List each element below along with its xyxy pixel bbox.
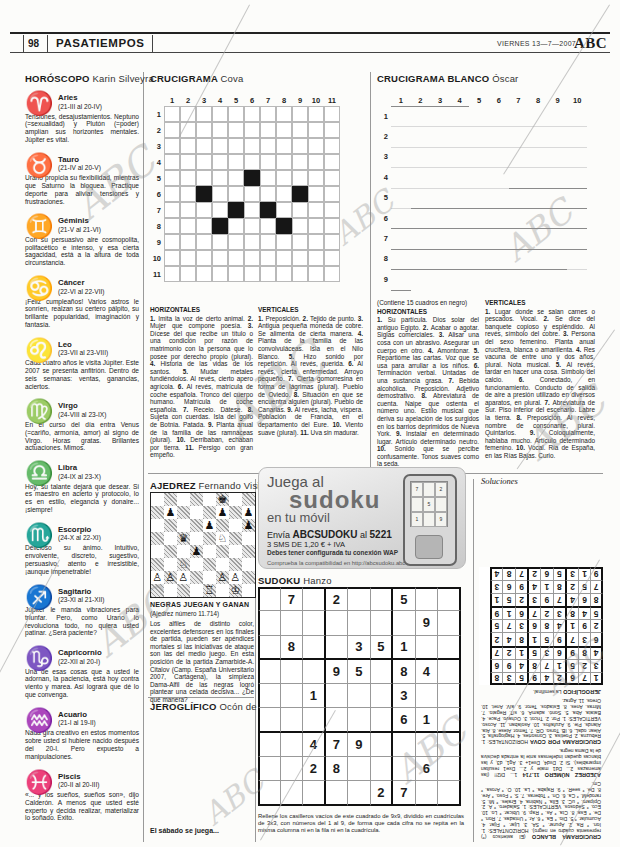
blanco-verticales-title: VERTICALES xyxy=(485,299,595,307)
given-cell: 6 xyxy=(416,757,439,781)
given-cell: 8 xyxy=(515,633,528,646)
cell[interactable] xyxy=(180,202,196,218)
cell[interactable] xyxy=(180,234,196,250)
given-cell: 6 xyxy=(490,659,503,672)
column-divider xyxy=(473,479,474,842)
cell[interactable] xyxy=(260,154,276,170)
cell[interactable] xyxy=(260,186,276,202)
chess-number: (Ajedrez número 11.714) xyxy=(150,610,219,617)
given-cell: 1 xyxy=(502,606,515,619)
cell[interactable] xyxy=(244,122,260,138)
cell[interactable] xyxy=(164,186,180,202)
cell[interactable] xyxy=(292,266,308,282)
col-label: 2 xyxy=(180,94,196,106)
cell[interactable] xyxy=(260,266,276,282)
empty-cell[interactable] xyxy=(348,684,371,708)
cell[interactable] xyxy=(212,266,228,282)
cell[interactable] xyxy=(180,186,196,202)
square xyxy=(229,532,242,545)
soluciones-rotated-content: CRUCIGRAMA BLANCO (El asterisco (*) repr… xyxy=(479,487,603,839)
given-cell: 8 xyxy=(553,580,566,593)
square xyxy=(151,506,164,519)
square xyxy=(242,558,255,571)
horizontales-clues: 1. Imita la voz de cierto animal. 2. Muj… xyxy=(150,315,253,459)
empty-cell[interactable] xyxy=(438,684,461,708)
cell[interactable] xyxy=(212,234,228,250)
cell[interactable] xyxy=(164,154,180,170)
empty-cell[interactable] xyxy=(438,636,461,660)
square xyxy=(151,532,164,545)
sign-text: Delicioso su ánimo. Intuitivo, envolvent… xyxy=(25,544,139,575)
row-line xyxy=(391,126,587,127)
given-cell: 5 xyxy=(502,593,515,606)
sudoku-author: Hanzo xyxy=(303,575,331,586)
cell[interactable] xyxy=(292,250,308,266)
square xyxy=(216,519,229,532)
empty-cell[interactable] xyxy=(416,587,439,611)
cell[interactable] xyxy=(276,106,292,122)
cell[interactable] xyxy=(260,170,276,186)
cell[interactable] xyxy=(164,266,180,282)
empty-cell[interactable] xyxy=(281,684,304,708)
empty-cell[interactable] xyxy=(371,587,394,611)
header-divider xyxy=(23,35,24,52)
col-label: 10 xyxy=(567,94,587,106)
cell[interactable] xyxy=(276,234,292,250)
sign-name: Piscis xyxy=(58,773,139,782)
cell[interactable] xyxy=(324,202,340,218)
cell[interactable] xyxy=(292,154,308,170)
cell[interactable] xyxy=(196,154,212,170)
empty-cell[interactable] xyxy=(371,708,394,732)
cell[interactable] xyxy=(260,250,276,266)
cell[interactable] xyxy=(212,202,228,218)
empty-cell[interactable] xyxy=(326,781,349,805)
given-cell: 9 xyxy=(348,733,371,757)
given-cell: 5 xyxy=(540,633,553,646)
empty-cell[interactable] xyxy=(281,660,304,684)
cell[interactable] xyxy=(228,106,244,122)
square xyxy=(164,493,177,506)
given-cell: 4 xyxy=(540,672,553,685)
given-cell: 3 xyxy=(348,636,371,660)
empty-cell[interactable] xyxy=(303,660,326,684)
given-cell: 2 xyxy=(540,606,553,619)
square xyxy=(203,532,216,545)
cell[interactable] xyxy=(276,154,292,170)
cell[interactable] xyxy=(196,106,212,122)
cell[interactable] xyxy=(228,170,244,186)
empty-cell[interactable] xyxy=(258,708,281,732)
cell[interactable] xyxy=(276,170,292,186)
empty-cell[interactable] xyxy=(348,781,371,805)
verticales-title: VERTICALES xyxy=(258,306,363,314)
sign-range: (21-V al 21-VI) xyxy=(58,226,139,234)
cell[interactable] xyxy=(212,138,228,154)
given-cell: 6 xyxy=(502,580,515,593)
row-label: 4 xyxy=(150,154,164,170)
cell[interactable] xyxy=(212,186,228,202)
cell[interactable] xyxy=(228,186,244,202)
empty-cell[interactable] xyxy=(326,636,349,660)
cell[interactable] xyxy=(276,138,292,154)
empty-cell[interactable] xyxy=(303,708,326,732)
empty-cell[interactable] xyxy=(438,781,461,805)
zodiac-virgo-icon: ♍ xyxy=(25,398,55,424)
empty-cell[interactable] xyxy=(416,636,439,660)
cell[interactable] xyxy=(212,250,228,266)
cell[interactable] xyxy=(276,250,292,266)
empty-cell[interactable] xyxy=(258,611,281,635)
cell[interactable] xyxy=(260,122,276,138)
empty-cell[interactable] xyxy=(416,684,439,708)
cell[interactable] xyxy=(308,234,324,250)
empty-cell[interactable] xyxy=(393,611,416,635)
empty-cell[interactable] xyxy=(348,757,371,781)
col-label: 2 xyxy=(411,94,431,106)
empty-cell[interactable] xyxy=(303,781,326,805)
cell[interactable] xyxy=(196,266,212,282)
cell[interactable] xyxy=(196,234,212,250)
cell[interactable] xyxy=(244,186,260,202)
cell[interactable] xyxy=(228,218,244,234)
cell[interactable] xyxy=(292,170,308,186)
cell[interactable] xyxy=(244,138,260,154)
solution-section: JEROGLÍFICO La semifinal. xyxy=(481,688,601,694)
sign-range: (21-I al 19-II) xyxy=(58,719,139,727)
row-label: 11 xyxy=(150,266,164,282)
given-cell: 4 xyxy=(502,633,515,646)
row-line xyxy=(391,147,587,148)
cell[interactable] xyxy=(212,170,228,186)
empty-cell[interactable] xyxy=(258,636,281,660)
cell[interactable] xyxy=(228,234,244,250)
cell[interactable] xyxy=(324,154,340,170)
col-label: 1 xyxy=(391,94,411,106)
cell[interactable] xyxy=(324,122,340,138)
cell[interactable] xyxy=(244,250,260,266)
empty-cell[interactable] xyxy=(258,733,281,757)
cell[interactable] xyxy=(276,122,292,138)
empty-cell[interactable] xyxy=(281,733,304,757)
given-cell: 5 xyxy=(578,580,591,593)
grid-line-segment xyxy=(411,208,587,209)
horoscope-entry-acuario: ♒Acuario(21-I al 19-II)Nada gira creativ… xyxy=(25,707,139,761)
square xyxy=(242,493,255,506)
cell[interactable] xyxy=(164,138,180,154)
cell[interactable] xyxy=(228,266,244,282)
cell[interactable] xyxy=(324,234,340,250)
header-rule-bottom xyxy=(10,52,610,53)
cell[interactable] xyxy=(276,202,292,218)
crucigrama-blanco-author: Óscar xyxy=(492,73,518,84)
cell[interactable] xyxy=(164,202,180,218)
empty-cell[interactable] xyxy=(438,611,461,635)
cell[interactable] xyxy=(196,170,212,186)
zodiac-aries-icon: ♈ xyxy=(25,90,55,116)
sudoku-grid: 725983519584136147928627 xyxy=(258,587,461,806)
given-cell: 5 xyxy=(490,619,503,632)
empty-cell[interactable] xyxy=(348,708,371,732)
crucigrama-header: CRUCIGRAMA Cova xyxy=(150,73,243,84)
cell[interactable] xyxy=(180,106,196,122)
cell[interactable] xyxy=(244,234,260,250)
cell[interactable] xyxy=(244,266,260,282)
empty-cell[interactable] xyxy=(281,611,304,635)
cell[interactable] xyxy=(228,138,244,154)
cell[interactable] xyxy=(308,266,324,282)
empty-cell[interactable] xyxy=(303,587,326,611)
cell[interactable] xyxy=(292,202,308,218)
empty-cell[interactable] xyxy=(371,757,394,781)
empty-cell[interactable] xyxy=(348,611,371,635)
sign-range: (23-XI al 21-XII) xyxy=(58,596,139,604)
row-label: 10 xyxy=(150,250,164,266)
black-cell xyxy=(212,218,228,234)
zodiac-acuario-icon: ♒ xyxy=(25,707,55,733)
crucigrama-horizontales: HORIZONTALES 1. Imita la voz de cierto a… xyxy=(150,306,253,459)
empty-cell[interactable] xyxy=(258,660,281,684)
section-title: PASATIEMPOS xyxy=(56,37,145,49)
grid-line-segment xyxy=(391,269,567,270)
column-divider xyxy=(143,72,144,842)
cell[interactable] xyxy=(164,106,180,122)
empty-cell[interactable] xyxy=(258,781,281,805)
cell[interactable] xyxy=(308,186,324,202)
cell[interactable] xyxy=(164,218,180,234)
row-label: 3 xyxy=(150,138,164,154)
cell[interactable] xyxy=(324,218,340,234)
zodiac-escorpio-icon: ♏ xyxy=(25,522,55,548)
given-cell: 4 xyxy=(565,593,578,606)
square xyxy=(177,545,190,558)
given-cell: 1 xyxy=(490,593,503,606)
empty-cell[interactable] xyxy=(303,636,326,660)
row-label: 1 xyxy=(377,106,391,126)
cell[interactable] xyxy=(196,138,212,154)
cell[interactable] xyxy=(308,122,324,138)
cell[interactable] xyxy=(308,218,324,234)
empty-cell[interactable] xyxy=(258,587,281,611)
cell[interactable] xyxy=(164,250,180,266)
blanco-note: (Contiene 15 cuadros en negro) xyxy=(377,299,479,307)
cell[interactable] xyxy=(324,186,340,202)
cell[interactable] xyxy=(180,170,196,186)
empty-cell[interactable] xyxy=(371,660,394,684)
cell[interactable] xyxy=(212,106,228,122)
row-label: 3 xyxy=(377,147,391,167)
cell[interactable] xyxy=(180,138,196,154)
sign-name: Escorpio xyxy=(58,526,139,535)
given-cell: 8 xyxy=(590,593,603,606)
cell[interactable] xyxy=(196,202,212,218)
cell[interactable] xyxy=(308,250,324,266)
cell[interactable] xyxy=(324,266,340,282)
cell[interactable] xyxy=(212,154,228,170)
sign-range: (23-VII al 23-VIII) xyxy=(58,349,139,357)
cell[interactable] xyxy=(260,138,276,154)
black-cell xyxy=(260,202,276,218)
sign-range: (22-XII al 20-I) xyxy=(58,658,139,666)
cell[interactable] xyxy=(196,250,212,266)
col-label: 4 xyxy=(212,94,228,106)
empty-cell[interactable] xyxy=(438,733,461,757)
empty-cell[interactable] xyxy=(393,733,416,757)
row-label: 2 xyxy=(377,126,391,146)
cell[interactable] xyxy=(260,218,276,234)
cell[interactable] xyxy=(196,122,212,138)
given-cell: 2 xyxy=(565,580,578,593)
cell[interactable] xyxy=(180,122,196,138)
black-cell xyxy=(276,218,292,234)
empty-cell[interactable] xyxy=(416,733,439,757)
cell[interactable] xyxy=(180,266,196,282)
cell[interactable] xyxy=(308,202,324,218)
square xyxy=(190,532,203,545)
zodiac-sagitario-icon: ♐ xyxy=(25,584,55,610)
cell[interactable] xyxy=(276,186,292,202)
newspaper-page: 98 PASATIEMPOS VIERNES 13—7—2007 ABC HOR… xyxy=(0,0,620,847)
given-cell: 8 xyxy=(502,567,515,580)
given-cell: 9 xyxy=(590,567,603,580)
cell[interactable] xyxy=(276,266,292,282)
cell[interactable] xyxy=(244,202,260,218)
given-cell: 3 xyxy=(553,606,566,619)
cell[interactable] xyxy=(164,170,180,186)
cell[interactable] xyxy=(308,106,324,122)
given-cell: 9 xyxy=(565,646,578,659)
given-cell: 2 xyxy=(490,633,503,646)
empty-cell[interactable] xyxy=(281,781,304,805)
cell[interactable] xyxy=(244,154,260,170)
sign-text: En el curso del día entra Venus (=cariño… xyxy=(25,421,139,452)
given-cell: 1 xyxy=(416,708,439,732)
cell[interactable] xyxy=(164,234,180,250)
horoscope-entry-capricornio: ♑Capricornio(22-XII al 20-I)Una de esas … xyxy=(25,645,139,699)
given-cell: 8 xyxy=(578,646,591,659)
cell[interactable] xyxy=(180,250,196,266)
given-cell: 5 xyxy=(371,636,394,660)
empty-cell[interactable] xyxy=(258,684,281,708)
empty-cell[interactable] xyxy=(326,708,349,732)
empty-cell[interactable] xyxy=(281,708,304,732)
given-cell: 1 xyxy=(393,636,416,660)
cell[interactable] xyxy=(292,106,308,122)
empty-cell[interactable] xyxy=(416,781,439,805)
empty-cell[interactable] xyxy=(371,733,394,757)
crucigrama-grid: 12345678910111234567891011 xyxy=(150,94,340,282)
cell[interactable] xyxy=(164,122,180,138)
empty-cell[interactable] xyxy=(258,757,281,781)
phone-illustration: 72519 xyxy=(403,474,457,566)
given-cell: 2 xyxy=(515,593,528,606)
given-cell: 7 xyxy=(515,567,528,580)
row-label: 2 xyxy=(150,122,164,138)
cell[interactable] xyxy=(228,154,244,170)
piece-bk: ♚ xyxy=(216,493,229,506)
empty-cell[interactable] xyxy=(326,684,349,708)
given-cell: 8 xyxy=(490,672,503,685)
cell[interactable] xyxy=(308,154,324,170)
sign-text: Nada gira creativo en estos momentos sob… xyxy=(25,729,139,760)
square xyxy=(190,571,203,584)
empty-cell[interactable] xyxy=(326,611,349,635)
cell[interactable] xyxy=(228,250,244,266)
row-label: 1 xyxy=(150,106,164,122)
given-cell: 8 xyxy=(540,619,553,632)
cell[interactable] xyxy=(324,106,340,122)
cell[interactable] xyxy=(292,122,308,138)
horoscope-entry-tauro: ♉Tauro(21-IV al 20-V)Urano propicia su f… xyxy=(25,152,139,206)
empty-cell[interactable] xyxy=(371,611,394,635)
cell[interactable] xyxy=(260,234,276,250)
cell[interactable] xyxy=(260,106,276,122)
empty-cell[interactable] xyxy=(438,587,461,611)
given-cell: 9 xyxy=(502,659,515,672)
sign-range: (20-II al 20-III) xyxy=(58,781,139,789)
crucigrama-blanco-header: CRUCIGRAMA BLANCO Óscar xyxy=(377,73,518,84)
cell[interactable] xyxy=(324,250,340,266)
empty-cell[interactable] xyxy=(348,587,371,611)
empty-cell[interactable] xyxy=(303,611,326,635)
grid-line-segment xyxy=(509,188,587,189)
cell[interactable] xyxy=(324,170,340,186)
empty-cell[interactable] xyxy=(393,757,416,781)
empty-cell[interactable] xyxy=(438,757,461,781)
blanco-verticales: VERTICALES 1. Lugar donde se salan carne… xyxy=(485,299,595,459)
given-cell: 4 xyxy=(303,733,326,757)
square xyxy=(229,506,242,519)
cell[interactable] xyxy=(244,106,260,122)
given-cell: 1 xyxy=(527,633,540,646)
cell[interactable] xyxy=(228,122,244,138)
cell[interactable] xyxy=(308,138,324,154)
empty-cell[interactable] xyxy=(281,757,304,781)
crucigrama-author: Cova xyxy=(220,73,243,84)
empty-cell[interactable] xyxy=(438,708,461,732)
square xyxy=(229,558,242,571)
sign-name: Tauro xyxy=(58,156,139,165)
given-cell: 6 xyxy=(393,708,416,732)
empty-cell[interactable] xyxy=(371,684,394,708)
chess-board: ♚♟♟♟♟♟♛♘♟♘♙♙♙♙♙♖♔ xyxy=(150,492,256,598)
cell[interactable] xyxy=(212,122,228,138)
sign-name: Sagitario xyxy=(58,588,139,597)
given-cell: 8 xyxy=(527,659,540,672)
sign-text: ¡Feliz cumpleaños! Varios astros le sonr… xyxy=(25,298,139,329)
cell[interactable] xyxy=(180,154,196,170)
given-cell: 3 xyxy=(527,593,540,606)
col-label: 6 xyxy=(244,94,260,106)
cell[interactable] xyxy=(308,170,324,186)
sign-text: Tensiones, desajustamientos. Neptuno (=s… xyxy=(25,113,139,144)
col-label: 7 xyxy=(260,94,276,106)
square xyxy=(164,545,177,558)
cell[interactable] xyxy=(244,218,260,234)
given-cell: 2 xyxy=(502,646,515,659)
cell[interactable] xyxy=(292,138,308,154)
empty-cell[interactable] xyxy=(438,660,461,684)
col-label: 11 xyxy=(324,94,340,106)
cell[interactable] xyxy=(292,218,308,234)
cell[interactable] xyxy=(196,218,212,234)
cell[interactable] xyxy=(324,138,340,154)
cell[interactable] xyxy=(292,234,308,250)
grid-line-segment xyxy=(391,290,411,291)
row-line xyxy=(391,167,587,168)
col-label: 8 xyxy=(528,94,548,106)
cell[interactable] xyxy=(180,218,196,234)
